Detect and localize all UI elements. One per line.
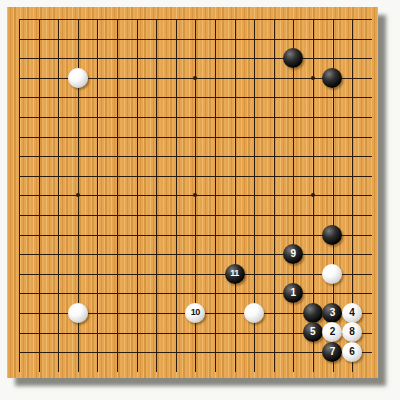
intersection[interactable] (146, 244, 166, 264)
intersection[interactable] (342, 225, 362, 245)
intersection[interactable] (48, 29, 68, 49)
intersection[interactable] (284, 342, 304, 362)
intersection[interactable] (205, 284, 225, 304)
intersection[interactable] (284, 107, 304, 127)
intersection[interactable] (186, 9, 206, 29)
intersection[interactable] (48, 146, 68, 166)
intersection[interactable] (284, 225, 304, 245)
intersection[interactable] (303, 127, 323, 147)
intersection[interactable] (342, 205, 362, 225)
intersection[interactable] (68, 205, 88, 225)
intersection[interactable] (205, 323, 225, 343)
intersection[interactable] (225, 205, 245, 225)
intersection[interactable] (362, 88, 382, 108)
intersection[interactable] (323, 9, 343, 29)
intersection[interactable] (48, 127, 68, 147)
intersection[interactable] (244, 107, 264, 127)
intersection[interactable] (362, 303, 382, 323)
intersection[interactable] (127, 146, 147, 166)
intersection[interactable] (303, 303, 323, 323)
intersection[interactable] (186, 107, 206, 127)
intersection[interactable] (205, 244, 225, 264)
intersection[interactable] (146, 48, 166, 68)
intersection[interactable] (342, 88, 362, 108)
intersection[interactable]: 2 (323, 323, 343, 343)
intersection[interactable] (303, 186, 323, 206)
intersection[interactable] (264, 284, 284, 304)
intersection[interactable] (9, 48, 29, 68)
intersection[interactable] (88, 205, 108, 225)
intersection[interactable] (166, 29, 186, 49)
intersection[interactable] (9, 68, 29, 88)
intersection[interactable] (205, 186, 225, 206)
intersection[interactable] (284, 29, 304, 49)
intersection[interactable] (362, 244, 382, 264)
intersection[interactable] (9, 127, 29, 147)
intersection[interactable] (48, 244, 68, 264)
intersection[interactable] (29, 186, 49, 206)
intersection[interactable] (205, 225, 225, 245)
intersection[interactable] (146, 303, 166, 323)
intersection[interactable] (166, 244, 186, 264)
intersection[interactable] (88, 284, 108, 304)
intersection[interactable] (48, 264, 68, 284)
intersection[interactable] (362, 107, 382, 127)
intersection[interactable] (88, 127, 108, 147)
intersection[interactable] (68, 48, 88, 68)
intersection[interactable] (29, 127, 49, 147)
intersection[interactable] (88, 48, 108, 68)
intersection[interactable] (127, 205, 147, 225)
intersection[interactable] (29, 303, 49, 323)
intersection[interactable] (264, 264, 284, 284)
intersection[interactable] (29, 244, 49, 264)
intersection[interactable] (186, 146, 206, 166)
intersection[interactable] (166, 323, 186, 343)
intersection[interactable] (29, 264, 49, 284)
intersection[interactable] (284, 166, 304, 186)
intersection[interactable] (342, 68, 362, 88)
intersection[interactable] (127, 68, 147, 88)
intersection[interactable] (323, 68, 343, 88)
intersection[interactable] (166, 186, 186, 206)
intersection[interactable] (48, 166, 68, 186)
intersection[interactable] (107, 68, 127, 88)
intersection[interactable] (88, 68, 108, 88)
intersection[interactable] (107, 284, 127, 304)
intersection[interactable] (225, 225, 245, 245)
intersection[interactable] (186, 342, 206, 362)
intersection[interactable] (48, 48, 68, 68)
intersection[interactable] (303, 225, 323, 245)
intersection[interactable] (9, 342, 29, 362)
intersection[interactable] (264, 127, 284, 147)
intersection[interactable] (88, 244, 108, 264)
intersection[interactable] (68, 68, 88, 88)
intersection[interactable] (342, 166, 362, 186)
intersection[interactable]: 1 (284, 284, 304, 304)
intersection[interactable] (9, 9, 29, 29)
intersection[interactable] (166, 362, 186, 382)
intersection[interactable] (244, 362, 264, 382)
intersection[interactable] (342, 186, 362, 206)
intersection[interactable] (225, 48, 245, 68)
intersection[interactable] (205, 127, 225, 147)
intersection[interactable] (205, 88, 225, 108)
intersection[interactable] (244, 303, 264, 323)
intersection[interactable] (323, 205, 343, 225)
intersection[interactable] (244, 127, 264, 147)
intersection[interactable] (166, 264, 186, 284)
intersection[interactable] (342, 264, 362, 284)
intersection[interactable] (166, 225, 186, 245)
intersection[interactable] (9, 88, 29, 108)
intersection[interactable] (225, 323, 245, 343)
intersection[interactable] (88, 323, 108, 343)
intersection[interactable]: 8 (342, 323, 362, 343)
intersection[interactable] (9, 303, 29, 323)
intersection[interactable] (127, 225, 147, 245)
intersection[interactable] (48, 362, 68, 382)
intersection[interactable] (264, 225, 284, 245)
intersection[interactable] (323, 244, 343, 264)
intersection[interactable] (127, 342, 147, 362)
intersection[interactable] (244, 186, 264, 206)
intersection[interactable] (362, 186, 382, 206)
intersection[interactable] (205, 48, 225, 68)
intersection[interactable] (205, 9, 225, 29)
intersection[interactable] (342, 29, 362, 49)
intersection[interactable] (205, 362, 225, 382)
intersection[interactable] (303, 342, 323, 362)
intersection[interactable] (9, 107, 29, 127)
intersection[interactable] (362, 68, 382, 88)
intersection[interactable] (225, 244, 245, 264)
intersection[interactable]: 9 (284, 244, 304, 264)
intersection[interactable] (284, 127, 304, 147)
intersection[interactable] (186, 48, 206, 68)
intersection[interactable] (88, 186, 108, 206)
intersection[interactable] (342, 127, 362, 147)
intersection[interactable] (29, 68, 49, 88)
intersection[interactable] (303, 9, 323, 29)
intersection[interactable]: 11 (225, 264, 245, 284)
intersection[interactable] (186, 29, 206, 49)
intersection[interactable] (225, 303, 245, 323)
intersection[interactable] (166, 342, 186, 362)
intersection[interactable] (264, 362, 284, 382)
intersection[interactable] (342, 146, 362, 166)
intersection[interactable] (205, 303, 225, 323)
intersection[interactable] (244, 166, 264, 186)
intersection[interactable]: 6 (342, 342, 362, 362)
intersection[interactable] (323, 225, 343, 245)
intersection[interactable] (146, 284, 166, 304)
intersection[interactable] (29, 9, 49, 29)
intersection[interactable] (342, 244, 362, 264)
intersection[interactable] (29, 107, 49, 127)
intersection[interactable] (48, 186, 68, 206)
intersection[interactable] (127, 284, 147, 304)
intersection[interactable] (303, 107, 323, 127)
intersection[interactable] (88, 225, 108, 245)
intersection[interactable]: 7 (323, 342, 343, 362)
intersection[interactable] (323, 29, 343, 49)
intersection[interactable] (303, 48, 323, 68)
intersection[interactable] (342, 48, 362, 68)
intersection[interactable] (68, 146, 88, 166)
intersection[interactable] (303, 264, 323, 284)
intersection[interactable] (107, 303, 127, 323)
intersection[interactable]: 3 (323, 303, 343, 323)
intersection[interactable] (186, 225, 206, 245)
intersection[interactable] (68, 107, 88, 127)
intersection[interactable] (107, 362, 127, 382)
intersection[interactable] (146, 205, 166, 225)
intersection[interactable] (225, 186, 245, 206)
intersection[interactable] (9, 244, 29, 264)
intersection[interactable] (29, 323, 49, 343)
intersection[interactable] (68, 362, 88, 382)
intersection[interactable] (186, 166, 206, 186)
intersection[interactable] (146, 9, 166, 29)
intersection[interactable] (107, 107, 127, 127)
intersection[interactable] (362, 146, 382, 166)
intersection[interactable] (362, 205, 382, 225)
intersection[interactable] (146, 186, 166, 206)
intersection[interactable] (9, 205, 29, 225)
intersection[interactable] (166, 127, 186, 147)
intersection[interactable] (107, 323, 127, 343)
intersection[interactable] (264, 303, 284, 323)
intersection[interactable] (225, 107, 245, 127)
intersection[interactable] (323, 88, 343, 108)
intersection[interactable] (9, 29, 29, 49)
intersection[interactable] (205, 146, 225, 166)
intersection[interactable] (68, 323, 88, 343)
intersection[interactable] (284, 264, 304, 284)
intersection[interactable] (284, 68, 304, 88)
intersection[interactable] (244, 88, 264, 108)
intersection[interactable] (9, 166, 29, 186)
intersection[interactable] (29, 205, 49, 225)
intersection[interactable] (225, 127, 245, 147)
intersection[interactable]: 10 (186, 303, 206, 323)
intersection[interactable] (48, 88, 68, 108)
intersection[interactable] (244, 225, 264, 245)
intersection[interactable] (107, 9, 127, 29)
intersection[interactable] (186, 68, 206, 88)
intersection[interactable] (146, 264, 166, 284)
intersection[interactable] (107, 342, 127, 362)
intersection[interactable] (264, 9, 284, 29)
intersection[interactable] (107, 88, 127, 108)
intersection[interactable] (166, 68, 186, 88)
intersection[interactable] (68, 244, 88, 264)
intersection[interactable] (225, 146, 245, 166)
intersection[interactable] (48, 303, 68, 323)
intersection[interactable] (244, 342, 264, 362)
intersection[interactable] (146, 68, 166, 88)
intersection[interactable] (107, 48, 127, 68)
intersection[interactable] (244, 264, 264, 284)
intersection[interactable] (48, 9, 68, 29)
intersection[interactable] (244, 205, 264, 225)
intersection[interactable] (146, 146, 166, 166)
intersection[interactable] (127, 107, 147, 127)
intersection[interactable] (146, 127, 166, 147)
intersection[interactable] (127, 48, 147, 68)
intersection[interactable] (107, 264, 127, 284)
intersection[interactable] (323, 362, 343, 382)
intersection[interactable] (362, 264, 382, 284)
intersection[interactable] (362, 166, 382, 186)
intersection[interactable] (264, 205, 284, 225)
intersection[interactable] (244, 244, 264, 264)
intersection[interactable] (146, 29, 166, 49)
intersection[interactable] (88, 29, 108, 49)
intersection[interactable] (29, 88, 49, 108)
intersection[interactable] (362, 284, 382, 304)
intersection[interactable] (68, 29, 88, 49)
intersection[interactable] (186, 284, 206, 304)
intersection[interactable] (29, 362, 49, 382)
intersection[interactable] (127, 29, 147, 49)
intersection[interactable] (225, 166, 245, 186)
intersection[interactable] (205, 264, 225, 284)
intersection[interactable] (9, 362, 29, 382)
intersection[interactable] (127, 9, 147, 29)
intersection[interactable] (146, 323, 166, 343)
intersection[interactable] (264, 323, 284, 343)
intersection[interactable] (88, 342, 108, 362)
intersection[interactable] (127, 127, 147, 147)
intersection[interactable] (362, 127, 382, 147)
intersection[interactable] (342, 9, 362, 29)
intersection[interactable] (264, 342, 284, 362)
intersection[interactable] (186, 127, 206, 147)
intersection[interactable] (244, 48, 264, 68)
intersection[interactable] (362, 48, 382, 68)
intersection[interactable] (244, 323, 264, 343)
intersection[interactable] (107, 29, 127, 49)
intersection[interactable] (48, 205, 68, 225)
intersection[interactable] (284, 9, 304, 29)
intersection[interactable] (68, 9, 88, 29)
intersection[interactable] (146, 342, 166, 362)
intersection[interactable] (323, 264, 343, 284)
intersection[interactable] (362, 362, 382, 382)
intersection[interactable] (284, 48, 304, 68)
intersection[interactable] (303, 362, 323, 382)
intersection[interactable] (9, 264, 29, 284)
intersection[interactable] (303, 284, 323, 304)
intersection[interactable] (166, 284, 186, 304)
intersection[interactable] (88, 88, 108, 108)
intersection[interactable] (127, 244, 147, 264)
intersection[interactable] (166, 166, 186, 186)
intersection[interactable] (225, 362, 245, 382)
intersection[interactable] (186, 362, 206, 382)
intersection[interactable] (284, 88, 304, 108)
intersection[interactable] (146, 88, 166, 108)
intersection[interactable] (9, 225, 29, 245)
intersection[interactable] (362, 342, 382, 362)
intersection[interactable] (264, 146, 284, 166)
intersection[interactable] (342, 284, 362, 304)
intersection[interactable] (107, 166, 127, 186)
intersection[interactable] (166, 48, 186, 68)
intersection[interactable] (88, 362, 108, 382)
intersection[interactable] (29, 342, 49, 362)
intersection[interactable] (9, 323, 29, 343)
intersection[interactable] (362, 225, 382, 245)
intersection[interactable] (186, 244, 206, 264)
intersection[interactable] (9, 186, 29, 206)
intersection[interactable] (29, 284, 49, 304)
intersection[interactable] (146, 225, 166, 245)
intersection[interactable] (264, 166, 284, 186)
intersection[interactable] (127, 186, 147, 206)
intersection[interactable] (205, 107, 225, 127)
intersection[interactable] (244, 146, 264, 166)
intersection[interactable] (284, 323, 304, 343)
intersection[interactable] (107, 205, 127, 225)
intersection[interactable] (88, 166, 108, 186)
intersection[interactable] (186, 186, 206, 206)
intersection[interactable] (48, 284, 68, 304)
intersection[interactable] (68, 264, 88, 284)
intersection[interactable] (284, 146, 304, 166)
intersection[interactable] (244, 9, 264, 29)
intersection[interactable] (264, 48, 284, 68)
intersection[interactable] (205, 68, 225, 88)
intersection[interactable] (323, 146, 343, 166)
intersection[interactable] (362, 323, 382, 343)
intersection[interactable] (186, 88, 206, 108)
intersection[interactable] (225, 88, 245, 108)
intersection[interactable] (107, 225, 127, 245)
intersection[interactable] (29, 225, 49, 245)
intersection[interactable] (88, 107, 108, 127)
intersection[interactable] (48, 107, 68, 127)
intersection[interactable] (88, 9, 108, 29)
intersection[interactable] (166, 303, 186, 323)
intersection[interactable] (244, 68, 264, 88)
intersection[interactable] (264, 29, 284, 49)
intersection[interactable] (166, 9, 186, 29)
intersection[interactable] (323, 48, 343, 68)
intersection[interactable]: 4 (342, 303, 362, 323)
intersection[interactable] (303, 68, 323, 88)
intersection[interactable] (48, 323, 68, 343)
intersection[interactable] (107, 186, 127, 206)
intersection[interactable] (244, 29, 264, 49)
intersection[interactable] (127, 362, 147, 382)
intersection[interactable] (88, 303, 108, 323)
intersection[interactable] (205, 29, 225, 49)
intersection[interactable] (186, 205, 206, 225)
intersection[interactable] (9, 284, 29, 304)
intersection[interactable] (303, 166, 323, 186)
go-board[interactable]: 9111103452876 (7, 7, 378, 378)
intersection[interactable] (107, 146, 127, 166)
intersection[interactable] (205, 205, 225, 225)
intersection[interactable] (127, 303, 147, 323)
intersection[interactable] (166, 88, 186, 108)
intersection[interactable]: 5 (303, 323, 323, 343)
intersection[interactable] (186, 323, 206, 343)
